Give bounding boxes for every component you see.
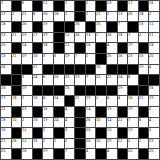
letter-cell-r14c4[interactable]: 15 bbox=[33, 139, 43, 149]
code-number: 17 bbox=[128, 1, 132, 4]
codeword-puzzle: 1511122317161722181618112121325182182619… bbox=[0, 0, 160, 160]
code-number: 19 bbox=[43, 33, 47, 36]
letter-cell-r6c14[interactable]: 15 bbox=[139, 54, 149, 64]
black-cell-r5c14 bbox=[139, 43, 149, 53]
black-cell-r9c4 bbox=[33, 86, 43, 96]
code-number: 19 bbox=[22, 33, 26, 36]
letter-cell-r13c11[interactable]: 10 bbox=[107, 128, 117, 138]
letter-cell-r2c12[interactable]: 13 bbox=[118, 12, 128, 22]
code-number: 13 bbox=[118, 12, 122, 15]
code-number: 17 bbox=[33, 33, 37, 36]
letter-cell-r12c12[interactable]: 22 bbox=[118, 118, 128, 128]
letter-cell-r6c4[interactable]: 16 bbox=[33, 54, 43, 64]
black-cell-r3c6 bbox=[54, 22, 64, 32]
letter-cell-r4c2[interactable]: 21 bbox=[12, 33, 22, 43]
letter-cell-r13c3[interactable]: 12 bbox=[22, 128, 32, 138]
letter-cell-r6c7[interactable]: 19 bbox=[65, 54, 75, 64]
code-number: 1 bbox=[86, 54, 88, 57]
letter-cell-r5c7[interactable]: 11 bbox=[65, 43, 75, 53]
code-number: 22 bbox=[96, 75, 100, 78]
letter-cell-r14c2[interactable]: 26 bbox=[12, 139, 22, 149]
letter-cell-r7c1[interactable]: 26 bbox=[1, 65, 11, 75]
code-number: 12 bbox=[22, 139, 26, 142]
letter-cell-r6c5[interactable]: 3 bbox=[43, 54, 53, 64]
letter-cell-r6c13[interactable]: 23 bbox=[128, 54, 138, 64]
letter-cell-r2c6[interactable]: 18 bbox=[54, 12, 64, 22]
letter-cell-r3c10[interactable]: 15 bbox=[96, 22, 106, 32]
code-number: 23 bbox=[22, 107, 26, 110]
code-number: 20 bbox=[149, 149, 153, 152]
black-cell-r1c6 bbox=[54, 1, 64, 11]
letter-cell-r10c15[interactable]: 19 bbox=[149, 96, 159, 106]
letter-cell-r11c5[interactable]: 16 bbox=[43, 107, 53, 117]
letter-cell-r1c7[interactable]: 1 bbox=[65, 1, 75, 11]
code-number: 1 bbox=[96, 33, 98, 36]
code-number: 1 bbox=[43, 139, 45, 142]
letter-cell-r6c12[interactable]: 16 bbox=[118, 54, 128, 64]
code-number: 15 bbox=[149, 86, 153, 89]
black-cell-r9c13 bbox=[128, 86, 138, 96]
code-number: 26 bbox=[75, 33, 79, 36]
code-number: 19 bbox=[128, 107, 132, 110]
letter-cell-r10c10[interactable]: 2 bbox=[96, 96, 106, 106]
letter-cell-r2c14[interactable]: 18 bbox=[139, 12, 149, 22]
letter-cell-r7c14[interactable]: 19 bbox=[139, 65, 149, 75]
letter-cell-r15c15[interactable]: 20 bbox=[149, 149, 159, 159]
letter-cell-r3c1[interactable]: 18 bbox=[1, 22, 11, 32]
letter-cell-r15c7[interactable]: 7 bbox=[65, 149, 75, 159]
letter-cell-r15c11[interactable]: 4 bbox=[107, 149, 117, 159]
code-number: 16 bbox=[128, 96, 132, 99]
code-number: 2 bbox=[96, 96, 98, 99]
black-cell-r15c2 bbox=[12, 149, 22, 159]
letter-cell-r2c2[interactable]: 2 bbox=[12, 12, 22, 22]
letter-cell-r2c3[interactable]: 21 bbox=[22, 12, 32, 22]
black-cell-r11c14 bbox=[139, 107, 149, 117]
black-cell-r7c2 bbox=[12, 65, 22, 75]
code-number: 3 bbox=[22, 75, 24, 78]
letter-cell-r8c10[interactable]: 22 bbox=[96, 75, 106, 85]
letter-cell-r10c1[interactable]: 17 bbox=[1, 96, 11, 106]
black-cell-r9c10 bbox=[96, 86, 106, 96]
letter-cell-r6c6[interactable]: 6 bbox=[54, 54, 64, 64]
letter-cell-r9c7[interactable]: 15 bbox=[65, 86, 75, 96]
letter-cell-r15c3[interactable]: 16 bbox=[22, 149, 32, 159]
code-number: 17 bbox=[1, 12, 5, 15]
letter-cell-r2c15[interactable]: 2 bbox=[149, 12, 159, 22]
letter-cell-r4c15[interactable]: 11 bbox=[149, 33, 159, 43]
letter-cell-r1c13[interactable]: 17 bbox=[128, 1, 138, 11]
black-cell-r9c11 bbox=[107, 86, 117, 96]
letter-cell-r5c5[interactable]: 18 bbox=[43, 43, 53, 53]
black-cell-r7c6 bbox=[54, 65, 64, 75]
code-number: 15 bbox=[96, 22, 100, 25]
code-number: 4 bbox=[107, 149, 109, 152]
letter-cell-r10c3[interactable]: 1 bbox=[22, 96, 32, 106]
black-cell-r7c7 bbox=[65, 65, 75, 75]
letter-cell-r8c8[interactable]: 19 bbox=[75, 75, 85, 85]
code-number: 13 bbox=[1, 54, 5, 57]
letter-cell-r4c10[interactable]: 1 bbox=[96, 33, 106, 43]
letter-cell-r8c3[interactable]: 3 bbox=[22, 75, 32, 85]
code-number: 7 bbox=[65, 149, 67, 152]
black-cell-r14c8 bbox=[75, 139, 85, 149]
letter-cell-r4c5[interactable]: 19 bbox=[43, 33, 53, 43]
code-number: 20 bbox=[86, 139, 90, 142]
code-number: 7 bbox=[128, 33, 130, 36]
letter-cell-r13c15[interactable]: 2 bbox=[149, 128, 159, 138]
letter-cell-r11c13[interactable]: 19 bbox=[128, 107, 138, 117]
code-number: 24 bbox=[118, 75, 122, 78]
code-number: 16 bbox=[33, 54, 37, 57]
black-cell-r3c13 bbox=[128, 22, 138, 32]
code-number: 16 bbox=[1, 86, 5, 89]
code-number: 18 bbox=[149, 43, 153, 46]
code-number: 4 bbox=[149, 118, 151, 121]
letter-cell-r10c11[interactable]: 4 bbox=[107, 96, 117, 106]
black-cell-r3c2 bbox=[12, 22, 22, 32]
code-number: 1 bbox=[1, 1, 3, 4]
codeword-grid: 1511122317161722181618112121325182182619… bbox=[0, 0, 160, 160]
code-number: 19 bbox=[75, 75, 79, 78]
letter-cell-r9c1[interactable]: 16 bbox=[1, 86, 11, 96]
black-cell-r8c2 bbox=[12, 75, 22, 85]
letter-cell-r8c5[interactable]: 6 bbox=[43, 75, 53, 85]
letter-cell-r12c5[interactable]: 19 bbox=[43, 118, 53, 128]
black-cell-r15c6 bbox=[54, 149, 64, 159]
letter-cell-r4c12[interactable]: 18 bbox=[118, 33, 128, 43]
letter-cell-r12c11[interactable]: 14 bbox=[107, 118, 117, 128]
code-number: 24 bbox=[54, 118, 58, 121]
letter-cell-r14c12[interactable]: 22 bbox=[118, 139, 128, 149]
code-number: 2 bbox=[128, 139, 130, 142]
letter-cell-r9c15[interactable]: 15 bbox=[149, 86, 159, 96]
black-cell-r15c12 bbox=[118, 149, 128, 159]
letter-cell-r3c14[interactable]: 15 bbox=[139, 22, 149, 32]
letter-cell-r2c1[interactable]: 17 bbox=[1, 12, 11, 22]
black-cell-r15c8 bbox=[75, 149, 85, 159]
letter-cell-r6c1[interactable]: 13 bbox=[1, 54, 11, 64]
code-number: 6 bbox=[43, 75, 45, 78]
letter-cell-r13c9[interactable]: 20 bbox=[86, 128, 96, 138]
letter-cell-r4c7[interactable]: 12 bbox=[65, 33, 75, 43]
letter-cell-r12c9[interactable]: 26 bbox=[86, 118, 96, 128]
letter-cell-r12c10[interactable]: 10 bbox=[96, 118, 106, 128]
code-number: 4 bbox=[65, 118, 67, 121]
code-number: 15 bbox=[33, 139, 37, 142]
code-number: 16 bbox=[33, 96, 37, 99]
code-number: 7 bbox=[75, 54, 77, 57]
code-number: 20 bbox=[1, 43, 5, 46]
letter-cell-r15c13[interactable]: 20 bbox=[128, 149, 138, 159]
black-cell-r3c4 bbox=[33, 22, 43, 32]
letter-cell-r14c3[interactable]: 12 bbox=[22, 139, 32, 149]
letter-cell-r9c12[interactable]: 19 bbox=[118, 86, 128, 96]
black-cell-r11c8 bbox=[75, 107, 85, 117]
black-cell-r13c8 bbox=[75, 128, 85, 138]
black-cell-r1c4 bbox=[33, 1, 43, 11]
letter-cell-r14c14[interactable]: 1 bbox=[139, 139, 149, 149]
code-number: 16 bbox=[86, 43, 90, 46]
letter-cell-r4c11[interactable]: 26 bbox=[107, 33, 117, 43]
black-cell-r5c8 bbox=[75, 43, 85, 53]
code-number: 2 bbox=[149, 12, 151, 15]
black-cell-r5c12 bbox=[118, 43, 128, 53]
code-number: 20 bbox=[128, 149, 132, 152]
letter-cell-r4c4[interactable]: 17 bbox=[33, 33, 43, 43]
code-number: 4 bbox=[43, 96, 45, 99]
code-number: 18 bbox=[139, 12, 143, 15]
letter-cell-r4c8[interactable]: 26 bbox=[75, 33, 85, 43]
black-cell-r15c10 bbox=[96, 149, 106, 159]
letter-cell-r14c7[interactable]: 2 bbox=[65, 139, 75, 149]
letter-cell-r11c15[interactable]: 2 bbox=[149, 107, 159, 117]
letter-cell-r6c9[interactable]: 1 bbox=[86, 54, 96, 64]
letter-cell-r12c3[interactable]: 2 bbox=[22, 118, 32, 128]
code-number: 1 bbox=[54, 139, 56, 142]
letter-cell-r6c3[interactable]: 19 bbox=[22, 54, 32, 64]
letter-cell-r5c11[interactable]: 4 bbox=[107, 43, 117, 53]
letter-cell-r12c2[interactable]: 10 bbox=[12, 118, 22, 128]
code-number: 19 bbox=[128, 128, 132, 131]
letter-cell-r14c11[interactable]: 19 bbox=[107, 139, 117, 149]
letter-cell-r2c10[interactable]: 21 bbox=[96, 12, 106, 22]
letter-cell-r12c14[interactable]: 6 bbox=[139, 118, 149, 128]
code-number: 1 bbox=[86, 12, 88, 15]
black-cell-r10c7 bbox=[65, 96, 75, 106]
letter-cell-r12c15[interactable]: 4 bbox=[149, 118, 159, 128]
letter-cell-r5c9[interactable]: 16 bbox=[86, 43, 96, 53]
black-cell-r5c10 bbox=[96, 43, 106, 53]
letter-cell-r14c5[interactable]: 1 bbox=[43, 139, 53, 149]
letter-cell-r1c5[interactable]: 11 bbox=[43, 1, 53, 11]
letter-cell-r5c13[interactable]: 19 bbox=[128, 43, 138, 53]
code-number: 19 bbox=[107, 107, 111, 110]
letter-cell-r13c13[interactable]: 19 bbox=[128, 128, 138, 138]
code-number: 14 bbox=[107, 118, 111, 121]
black-cell-r3c9 bbox=[86, 22, 96, 32]
letter-cell-r4c1[interactable]: 13 bbox=[1, 33, 11, 43]
code-number: 19 bbox=[22, 86, 26, 89]
code-number: 3 bbox=[65, 128, 67, 131]
letter-cell-r3c15[interactable]: 11 bbox=[149, 22, 159, 32]
code-number: 4 bbox=[86, 149, 88, 152]
letter-cell-r3c12[interactable]: 7 bbox=[118, 22, 128, 32]
letter-cell-r14c10[interactable]: 10 bbox=[96, 139, 106, 149]
code-number: 24 bbox=[54, 96, 58, 99]
letter-cell-r8c13[interactable]: 8 bbox=[128, 75, 138, 85]
code-number: 14 bbox=[22, 43, 26, 46]
letter-cell-r1c1[interactable]: 1 bbox=[1, 1, 11, 11]
code-number: 8 bbox=[33, 12, 35, 15]
black-cell-r13c4 bbox=[33, 128, 43, 138]
letter-cell-r2c5[interactable]: 16 bbox=[43, 12, 53, 22]
code-number: 19 bbox=[149, 96, 153, 99]
black-cell-r9c8 bbox=[75, 86, 85, 96]
code-number: 10 bbox=[107, 128, 111, 131]
code-number: 2 bbox=[12, 12, 14, 15]
black-cell-r7c5 bbox=[43, 65, 53, 75]
letter-cell-r10c13[interactable]: 16 bbox=[128, 96, 138, 106]
letter-cell-r6c2[interactable]: 21 bbox=[12, 54, 22, 64]
letter-cell-r8c9[interactable]: 7 bbox=[86, 75, 96, 85]
letter-cell-r4c9[interactable]: 13 bbox=[86, 33, 96, 43]
letter-cell-r11c7[interactable]: 4 bbox=[65, 107, 75, 117]
code-number: 18 bbox=[1, 22, 5, 25]
code-number: 21 bbox=[22, 12, 26, 15]
letter-cell-r4c14[interactable]: 2 bbox=[139, 33, 149, 43]
black-cell-r7c13 bbox=[128, 65, 138, 75]
letter-cell-r8c7[interactable]: 25 bbox=[65, 75, 75, 85]
code-number: 4 bbox=[149, 65, 151, 68]
letter-cell-r15c9[interactable]: 4 bbox=[86, 149, 96, 159]
letter-cell-r14c13[interactable]: 2 bbox=[128, 139, 138, 149]
code-number: 6 bbox=[139, 118, 141, 121]
black-cell-r9c9 bbox=[86, 86, 96, 96]
letter-cell-r3c3[interactable]: 26 bbox=[22, 22, 32, 32]
code-number: 26 bbox=[1, 65, 5, 68]
letter-cell-r6c8[interactable]: 7 bbox=[75, 54, 85, 64]
code-number: 18 bbox=[54, 12, 58, 15]
letter-cell-r10c14[interactable]: 21 bbox=[139, 96, 149, 106]
code-number: 15 bbox=[65, 86, 69, 89]
black-cell-r11c4 bbox=[33, 107, 43, 117]
letter-cell-r12c13[interactable]: 7 bbox=[128, 118, 138, 128]
letter-cell-r7c15[interactable]: 4 bbox=[149, 65, 159, 75]
code-number: 10 bbox=[12, 118, 16, 121]
black-cell-r9c5 bbox=[43, 86, 53, 96]
code-number: 4 bbox=[65, 107, 67, 110]
letter-cell-r5c3[interactable]: 14 bbox=[22, 43, 32, 53]
code-number: 16 bbox=[43, 107, 47, 110]
black-cell-r1c12 bbox=[118, 1, 128, 11]
letter-cell-r5c15[interactable]: 18 bbox=[149, 43, 159, 53]
letter-cell-r8c6[interactable]: 26 bbox=[54, 75, 64, 85]
letter-cell-r14c9[interactable]: 20 bbox=[86, 139, 96, 149]
letter-cell-r8c4[interactable]: 24 bbox=[33, 75, 43, 85]
letter-cell-r12c4[interactable]: 16 bbox=[33, 118, 43, 128]
letter-cell-r2c4[interactable]: 8 bbox=[33, 12, 43, 22]
code-number: 5 bbox=[22, 1, 24, 4]
code-number: 16 bbox=[43, 12, 47, 15]
letter-cell-r12c7[interactable]: 4 bbox=[65, 118, 75, 128]
letter-cell-r10c5[interactable]: 4 bbox=[43, 96, 53, 106]
letter-cell-r15c5[interactable]: 19 bbox=[43, 149, 53, 159]
letter-cell-r7c4[interactable]: 21 bbox=[33, 65, 43, 75]
letter-cell-r13c7[interactable]: 3 bbox=[65, 128, 75, 138]
code-number: 19 bbox=[128, 43, 132, 46]
code-number: 1 bbox=[22, 96, 24, 99]
letter-cell-r13c1[interactable]: 16 bbox=[1, 128, 11, 138]
code-number: 26 bbox=[86, 118, 90, 121]
code-number: 23 bbox=[107, 1, 111, 4]
letter-cell-r6c15[interactable]: 20 bbox=[149, 54, 159, 64]
code-number: 19 bbox=[86, 96, 90, 99]
code-number: 18 bbox=[12, 96, 16, 99]
letter-cell-r13c5[interactable]: 1 bbox=[43, 128, 53, 138]
letter-cell-r2c7[interactable]: 1 bbox=[65, 12, 75, 22]
letter-cell-r12c1[interactable]: 18 bbox=[1, 118, 11, 128]
letter-cell-r2c13[interactable]: 25 bbox=[128, 12, 138, 22]
code-number: 17 bbox=[1, 96, 5, 99]
code-number: 8 bbox=[128, 75, 130, 78]
code-number: 19 bbox=[118, 86, 122, 89]
letter-cell-r10c12[interactable]: 4 bbox=[118, 96, 128, 106]
code-number: 19 bbox=[107, 139, 111, 142]
letter-cell-r9c3[interactable]: 19 bbox=[22, 86, 32, 96]
code-number: 25 bbox=[65, 75, 69, 78]
letter-cell-r11c3[interactable]: 23 bbox=[22, 107, 32, 117]
letter-cell-r1c15[interactable]: 16 bbox=[149, 1, 159, 11]
code-number: 16 bbox=[118, 54, 122, 57]
letter-cell-r10c9[interactable]: 19 bbox=[86, 96, 96, 106]
code-number: 18 bbox=[43, 43, 47, 46]
code-number: 19 bbox=[43, 118, 47, 121]
code-number: 19 bbox=[65, 54, 69, 57]
letter-cell-r4c13[interactable]: 7 bbox=[128, 33, 138, 43]
code-number: 16 bbox=[1, 128, 5, 131]
black-cell-r13c2 bbox=[12, 128, 22, 138]
black-cell-r3c11 bbox=[107, 22, 117, 32]
letter-cell-r10c6[interactable]: 24 bbox=[54, 96, 64, 106]
letter-cell-r10c2[interactable]: 18 bbox=[12, 96, 22, 106]
code-number: 2 bbox=[22, 118, 24, 121]
code-number: 21 bbox=[1, 139, 5, 142]
letter-cell-r15c1[interactable]: 20 bbox=[1, 149, 11, 159]
code-number: 11 bbox=[149, 22, 153, 25]
letter-cell-r14c15[interactable]: 19 bbox=[149, 139, 159, 149]
letter-cell-r1c3[interactable]: 5 bbox=[22, 1, 32, 11]
black-cell-r6c10 bbox=[96, 54, 106, 64]
letter-cell-r2c9[interactable]: 1 bbox=[86, 12, 96, 22]
letter-cell-r11c9[interactable]: 14 bbox=[86, 107, 96, 117]
letter-cell-r1c9[interactable]: 2 bbox=[86, 1, 96, 11]
code-number: 15 bbox=[139, 54, 143, 57]
code-number: 20 bbox=[86, 128, 90, 131]
letter-cell-r12c6[interactable]: 24 bbox=[54, 118, 64, 128]
black-cell-r11c2 bbox=[12, 107, 22, 117]
code-number: 15 bbox=[96, 65, 100, 68]
letter-cell-r10c4[interactable]: 16 bbox=[33, 96, 43, 106]
letter-cell-r7c10[interactable]: 15 bbox=[96, 65, 106, 75]
code-number: 21 bbox=[107, 75, 111, 78]
black-cell-r7c12 bbox=[118, 65, 128, 75]
letter-cell-r2c11[interactable]: 2 bbox=[107, 12, 117, 22]
letter-cell-r14c1[interactable]: 21 bbox=[1, 139, 11, 149]
code-number: 4 bbox=[118, 96, 120, 99]
code-number: 12 bbox=[65, 33, 69, 36]
letter-cell-r3c5[interactable]: 19 bbox=[43, 22, 53, 32]
letter-cell-r6c11[interactable]: 25 bbox=[107, 54, 117, 64]
code-number: 26 bbox=[12, 139, 16, 142]
code-number: 14 bbox=[86, 107, 90, 110]
letter-cell-r10c8[interactable]: 21 bbox=[75, 96, 85, 106]
letter-cell-r5c1[interactable]: 20 bbox=[1, 43, 11, 53]
letter-cell-r11c1[interactable]: 22 bbox=[1, 107, 11, 117]
letter-cell-r11c11[interactable]: 19 bbox=[107, 107, 117, 117]
letter-cell-r1c11[interactable]: 23 bbox=[107, 1, 117, 11]
code-number: 21 bbox=[96, 12, 100, 15]
letter-cell-r4c3[interactable]: 19 bbox=[22, 33, 32, 43]
letter-cell-r14c6[interactable]: 1 bbox=[54, 139, 64, 149]
black-cell-r5c2 bbox=[12, 43, 22, 53]
letter-cell-r8c12[interactable]: 24 bbox=[118, 75, 128, 85]
code-number: 26 bbox=[75, 22, 79, 25]
code-number: 2 bbox=[149, 128, 151, 131]
letter-cell-r8c11[interactable]: 21 bbox=[107, 75, 117, 85]
black-cell-r8c15 bbox=[149, 75, 159, 85]
letter-cell-r3c8[interactable]: 26 bbox=[75, 22, 85, 32]
